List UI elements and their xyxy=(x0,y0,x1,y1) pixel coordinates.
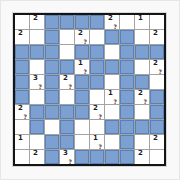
cell-r1c8[interactable] xyxy=(120,15,134,29)
cell-r7c9[interactable] xyxy=(135,105,149,119)
cell-r10c6[interactable] xyxy=(90,150,104,164)
cell-r7c2[interactable] xyxy=(30,105,44,119)
cell-r6c9[interactable]: 2? xyxy=(135,90,149,104)
cell-r4c5[interactable]: 1? xyxy=(75,60,89,74)
cell-r5c8[interactable] xyxy=(120,75,134,89)
cell-r6c5[interactable] xyxy=(75,90,89,104)
question-mark: ? xyxy=(99,143,102,150)
cell-r7c1[interactable]: 2? xyxy=(15,105,29,119)
clue-number: 2 xyxy=(108,14,113,23)
cell-r4c4[interactable] xyxy=(60,60,74,74)
cell-r8c5[interactable] xyxy=(75,120,89,134)
question-mark: ? xyxy=(144,98,147,105)
cell-r6c4[interactable] xyxy=(60,90,74,104)
clue-number: 2 xyxy=(18,29,23,38)
cell-r6c6[interactable] xyxy=(90,90,104,104)
cell-r5c1[interactable] xyxy=(15,75,29,89)
cell-r7c3[interactable] xyxy=(45,105,59,119)
cell-r2c6[interactable] xyxy=(90,30,104,44)
cell-r4c9[interactable] xyxy=(135,60,149,74)
cell-r1c7[interactable]: 2? xyxy=(105,15,119,29)
cell-r2c9[interactable] xyxy=(135,30,149,44)
cell-r9c10[interactable]: 2 xyxy=(150,135,164,149)
cell-r8c4[interactable] xyxy=(60,120,74,134)
cell-r2c2[interactable] xyxy=(30,30,44,44)
cell-r6c7[interactable]: 1? xyxy=(105,90,119,104)
question-mark: ? xyxy=(69,158,72,165)
cell-r2c5[interactable]: 2? xyxy=(75,30,89,44)
cell-r3c8[interactable] xyxy=(120,45,134,59)
question-mark: ? xyxy=(159,68,162,75)
cell-r9c2[interactable] xyxy=(30,135,44,149)
cell-r7c10[interactable] xyxy=(150,105,164,119)
cell-r1c6[interactable] xyxy=(90,15,104,29)
cell-r1c2[interactable]: 2 xyxy=(30,15,44,29)
clue-number: 2 xyxy=(153,59,158,68)
clue-number: 2 xyxy=(63,74,68,83)
cell-r4c1[interactable] xyxy=(15,60,29,74)
cell-r10c1[interactable] xyxy=(15,150,29,164)
cell-r8c6[interactable] xyxy=(90,120,104,134)
cell-r8c9[interactable] xyxy=(135,120,149,134)
question-mark: ? xyxy=(84,68,87,75)
cell-r1c5[interactable] xyxy=(75,15,89,29)
cell-r1c4[interactable] xyxy=(60,15,74,29)
cell-r8c1[interactable] xyxy=(15,120,29,134)
cell-r9c5[interactable] xyxy=(75,135,89,149)
clue-number: 2 xyxy=(33,14,38,23)
cell-r8c2[interactable] xyxy=(30,120,44,134)
cell-r6c1[interactable] xyxy=(15,90,29,104)
cell-r3c7[interactable] xyxy=(105,45,119,59)
clue-number: 1 xyxy=(18,134,23,143)
question-mark: ? xyxy=(69,83,72,90)
cell-r5c10[interactable] xyxy=(150,75,164,89)
cell-r10c5[interactable] xyxy=(75,150,89,164)
puzzle-board: 22?122?21?2?3?2?1?2?2?2?11?223?2 xyxy=(13,13,166,166)
cell-r5c3[interactable] xyxy=(45,75,59,89)
cell-r7c7[interactable] xyxy=(105,105,119,119)
puzzle-screen: 22?122?21?2?3?2?1?2?2?2?11?223?2 xyxy=(0,0,180,180)
cell-r7c6[interactable]: 2? xyxy=(90,105,104,119)
cell-r1c3[interactable] xyxy=(45,15,59,29)
cell-r8c3[interactable] xyxy=(45,120,59,134)
cell-r10c7[interactable] xyxy=(105,150,119,164)
clue-number: 2 xyxy=(153,134,158,143)
cell-r1c9[interactable]: 1 xyxy=(135,15,149,29)
cell-r1c10[interactable] xyxy=(150,15,164,29)
cell-r5c7[interactable] xyxy=(105,75,119,89)
cell-r5c2[interactable]: 3? xyxy=(30,75,44,89)
cell-r10c4[interactable]: 3? xyxy=(60,150,74,164)
cell-r3c2[interactable] xyxy=(30,45,44,59)
clue-number: 1 xyxy=(108,89,113,98)
cell-r2c1[interactable]: 2 xyxy=(15,30,29,44)
cell-r6c10[interactable] xyxy=(150,90,164,104)
cell-r4c7[interactable] xyxy=(105,60,119,74)
clue-number: 1 xyxy=(93,134,98,143)
cell-r7c4[interactable] xyxy=(60,105,74,119)
cell-r8c8[interactable] xyxy=(120,120,134,134)
clue-number: 2 xyxy=(138,149,143,158)
clue-number: 2 xyxy=(18,104,23,113)
cell-r7c5[interactable] xyxy=(75,105,89,119)
cell-r8c7[interactable] xyxy=(105,120,119,134)
question-mark: ? xyxy=(114,23,117,30)
cell-r9c8[interactable] xyxy=(120,135,134,149)
cell-r6c3[interactable] xyxy=(45,90,59,104)
cell-r2c8[interactable] xyxy=(120,30,134,44)
cell-r3c9[interactable] xyxy=(135,45,149,59)
question-mark: ? xyxy=(39,83,42,90)
cell-r3c3[interactable] xyxy=(45,45,59,59)
cell-r9c1[interactable]: 1 xyxy=(15,135,29,149)
cell-r3c5[interactable] xyxy=(75,45,89,59)
cell-r3c6[interactable] xyxy=(90,45,104,59)
cell-r4c3[interactable] xyxy=(45,60,59,74)
cell-r1c1[interactable] xyxy=(15,15,29,29)
cell-r2c3[interactable] xyxy=(45,30,59,44)
clue-number: 2 xyxy=(33,149,38,158)
cell-r5c9[interactable] xyxy=(135,75,149,89)
cell-r10c10[interactable] xyxy=(150,150,164,164)
clue-number: 3 xyxy=(63,149,68,158)
cell-r9c7[interactable] xyxy=(105,135,119,149)
clue-number: 1 xyxy=(138,14,143,23)
cell-r3c4[interactable] xyxy=(60,45,74,59)
clue-number: 2 xyxy=(93,104,98,113)
cell-r9c3[interactable] xyxy=(45,135,59,149)
cell-r2c4[interactable] xyxy=(60,30,74,44)
clue-number: 1 xyxy=(78,59,83,68)
clue-number: 2 xyxy=(153,29,158,38)
cell-r3c10[interactable] xyxy=(150,45,164,59)
cell-r10c3[interactable] xyxy=(45,150,59,164)
cell-r2c7[interactable] xyxy=(105,30,119,44)
cell-r6c8[interactable] xyxy=(120,90,134,104)
question-mark: ? xyxy=(84,38,87,45)
cell-r9c4[interactable] xyxy=(60,135,74,149)
cell-r5c5[interactable] xyxy=(75,75,89,89)
cell-r5c4[interactable]: 2? xyxy=(60,75,74,89)
cell-r5c6[interactable] xyxy=(90,75,104,89)
cell-r9c6[interactable]: 1? xyxy=(90,135,104,149)
cell-r3c1[interactable] xyxy=(15,45,29,59)
cell-r10c9[interactable]: 2 xyxy=(135,150,149,164)
cell-r2c10[interactable]: 2 xyxy=(150,30,164,44)
cell-r8c10[interactable] xyxy=(150,120,164,134)
question-mark: ? xyxy=(24,113,27,120)
cell-r6c2[interactable] xyxy=(30,90,44,104)
question-mark: ? xyxy=(99,113,102,120)
cell-r4c2[interactable] xyxy=(30,60,44,74)
clue-number: 2 xyxy=(78,29,83,38)
cell-r10c2[interactable]: 2 xyxy=(30,150,44,164)
cell-r4c6[interactable] xyxy=(90,60,104,74)
clue-number: 3 xyxy=(33,74,38,83)
cell-r4c10[interactable]: 2? xyxy=(150,60,164,74)
cell-r10c8[interactable] xyxy=(120,150,134,164)
cell-r4c8[interactable] xyxy=(120,60,134,74)
clue-number: 2 xyxy=(138,89,143,98)
cell-r9c9[interactable] xyxy=(135,135,149,149)
cell-r7c8[interactable] xyxy=(120,105,134,119)
question-mark: ? xyxy=(114,98,117,105)
